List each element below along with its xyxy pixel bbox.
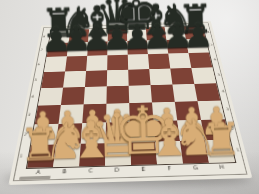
square-b5[interactable] [63, 71, 86, 88]
file-label-f: F [156, 165, 183, 172]
tilt-wrapper: ♜♞♝♛♚♝♞♜♟♟♟♟♟♟♟♟♟♟♟♟♟♟♟♟♜♞♝♛♚♝♞♜ ABCDEFG… [0, 0, 259, 194]
square-g6[interactable] [168, 53, 191, 68]
file-label-a: A [25, 168, 52, 175]
square-d6[interactable] [107, 55, 128, 70]
square-d5[interactable] [107, 70, 129, 87]
black-pawn-h7[interactable]: ♟ [182, 18, 214, 53]
file-label-d: D [104, 166, 130, 173]
file-label-g: G [182, 164, 209, 171]
square-f6[interactable] [148, 54, 170, 69]
square-f5[interactable] [149, 69, 172, 86]
square-a6[interactable] [44, 57, 67, 73]
photo-frame: ♜♞♝♛♚♝♞♜♟♟♟♟♟♟♟♟♟♟♟♟♟♟♟♟♜♞♝♛♚♝♞♜ ABCDEFG… [0, 0, 259, 194]
white-rook-h1[interactable]: ♜ [201, 117, 242, 163]
square-c6[interactable] [86, 55, 107, 70]
file-label-b: B [51, 167, 78, 174]
square-h7[interactable]: ♟ [186, 39, 209, 53]
square-b6[interactable] [65, 56, 87, 71]
square-e6[interactable] [128, 54, 149, 69]
square-e5[interactable] [128, 69, 150, 86]
square-h5[interactable] [191, 67, 216, 84]
scene: ♜♞♝♛♚♝♞♜♟♟♟♟♟♟♟♟♟♟♟♟♟♟♟♟♜♞♝♛♚♝♞♜ ABCDEFG… [25, 0, 231, 191]
file-label-h: H [208, 163, 236, 170]
square-a5[interactable] [41, 71, 65, 88]
file-label-c: C [77, 167, 104, 174]
square-g5[interactable] [170, 68, 194, 85]
mat-brand-mark [19, 176, 51, 180]
chess-board: ♜♞♝♛♚♝♞♜♟♟♟♟♟♟♟♟♟♟♟♟♟♟♟♟♜♞♝♛♚♝♞♜ [26, 25, 237, 168]
square-c5[interactable] [85, 70, 107, 87]
square-h1[interactable]: ♜ [205, 140, 235, 163]
file-label-e: E [130, 165, 157, 172]
square-h6[interactable] [189, 53, 213, 68]
chess-mat: ♜♞♝♛♚♝♞♜♟♟♟♟♟♟♟♟♟♟♟♟♟♟♟♟♜♞♝♛♚♝♞♜ ABCDEFG… [8, 21, 252, 185]
